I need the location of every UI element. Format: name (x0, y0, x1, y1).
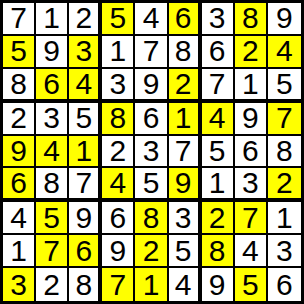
cell-r9c9[interactable]: 6 (268, 268, 301, 301)
cell-r1c3[interactable]: 2 (69, 3, 102, 36)
cell-r7c6[interactable]: 3 (169, 202, 202, 235)
cell-r2c2[interactable]: 9 (36, 36, 69, 69)
cell-r6c1[interactable]: 6 (3, 168, 36, 202)
cell-r9c3[interactable]: 8 (69, 268, 102, 301)
cell-r7c9[interactable]: 1 (268, 202, 301, 235)
cell-r9c5[interactable]: 1 (135, 268, 168, 301)
cell-r2c9[interactable]: 4 (268, 36, 301, 69)
cell-r1c2[interactable]: 1 (36, 3, 69, 36)
cell-r9c1[interactable]: 3 (3, 268, 36, 301)
cell-r6c8[interactable]: 3 (235, 168, 268, 202)
cell-r8c3[interactable]: 6 (69, 235, 102, 268)
cell-r3c6[interactable]: 2 (169, 69, 202, 103)
cell-r9c6[interactable]: 4 (169, 268, 202, 301)
cell-r1c1[interactable]: 7 (3, 3, 36, 36)
cell-r9c7[interactable]: 9 (202, 268, 235, 301)
cell-r8c6[interactable]: 5 (169, 235, 202, 268)
cell-r2c8[interactable]: 2 (235, 36, 268, 69)
cell-r8c7[interactable]: 8 (202, 235, 235, 268)
cell-r5c5[interactable]: 3 (135, 136, 168, 169)
cell-r6c9[interactable]: 2 (268, 168, 301, 202)
cell-r1c8[interactable]: 8 (235, 3, 268, 36)
cell-r4c7[interactable]: 4 (202, 103, 235, 136)
cell-r7c5[interactable]: 8 (135, 202, 168, 235)
cell-r6c2[interactable]: 8 (36, 168, 69, 202)
cell-r3c9[interactable]: 5 (268, 69, 301, 103)
cell-r5c2[interactable]: 4 (36, 136, 69, 169)
sudoku-board: 7125463895931786248643927152358614979412… (0, 0, 304, 304)
cell-r9c8[interactable]: 5 (235, 268, 268, 301)
cell-r1c9[interactable]: 9 (268, 3, 301, 36)
cell-r3c7[interactable]: 7 (202, 69, 235, 103)
cell-r4c2[interactable]: 3 (36, 103, 69, 136)
cell-r7c1[interactable]: 4 (3, 202, 36, 235)
cell-r9c2[interactable]: 2 (36, 268, 69, 301)
cell-r4c9[interactable]: 7 (268, 103, 301, 136)
cell-r1c5[interactable]: 4 (135, 3, 168, 36)
cell-r7c3[interactable]: 9 (69, 202, 102, 235)
cell-r1c7[interactable]: 3 (202, 3, 235, 36)
cell-r8c4[interactable]: 9 (102, 235, 135, 268)
cell-r6c5[interactable]: 5 (135, 168, 168, 202)
cell-r8c5[interactable]: 2 (135, 235, 168, 268)
cell-r7c4[interactable]: 6 (102, 202, 135, 235)
cell-r7c2[interactable]: 5 (36, 202, 69, 235)
cell-r5c8[interactable]: 6 (235, 136, 268, 169)
cell-r1c4[interactable]: 5 (102, 3, 135, 36)
cell-r2c1[interactable]: 5 (3, 36, 36, 69)
cell-r2c5[interactable]: 7 (135, 36, 168, 69)
cell-r6c3[interactable]: 7 (69, 168, 102, 202)
cell-r5c9[interactable]: 8 (268, 136, 301, 169)
cell-r2c4[interactable]: 1 (102, 36, 135, 69)
cell-r2c3[interactable]: 3 (69, 36, 102, 69)
cell-r6c7[interactable]: 1 (202, 168, 235, 202)
cell-r3c4[interactable]: 3 (102, 69, 135, 103)
cell-r8c2[interactable]: 7 (36, 235, 69, 268)
cell-r5c1[interactable]: 9 (3, 136, 36, 169)
cell-r4c6[interactable]: 1 (169, 103, 202, 136)
cell-r1c6[interactable]: 6 (169, 3, 202, 36)
cell-r8c9[interactable]: 3 (268, 235, 301, 268)
cell-r2c6[interactable]: 8 (169, 36, 202, 69)
cell-r7c8[interactable]: 7 (235, 202, 268, 235)
cell-r6c4[interactable]: 4 (102, 168, 135, 202)
cell-r5c3[interactable]: 1 (69, 136, 102, 169)
cell-r3c1[interactable]: 8 (3, 69, 36, 103)
cell-r8c1[interactable]: 1 (3, 235, 36, 268)
cell-r3c3[interactable]: 4 (69, 69, 102, 103)
cell-r4c4[interactable]: 8 (102, 103, 135, 136)
cell-r3c5[interactable]: 9 (135, 69, 168, 103)
cell-r5c7[interactable]: 5 (202, 136, 235, 169)
cell-r8c8[interactable]: 4 (235, 235, 268, 268)
cell-r4c8[interactable]: 9 (235, 103, 268, 136)
cell-r3c2[interactable]: 6 (36, 69, 69, 103)
cell-r6c6[interactable]: 9 (169, 168, 202, 202)
cell-r4c1[interactable]: 2 (3, 103, 36, 136)
cell-r4c3[interactable]: 5 (69, 103, 102, 136)
cell-r7c7[interactable]: 2 (202, 202, 235, 235)
cell-r3c8[interactable]: 1 (235, 69, 268, 103)
cell-r5c6[interactable]: 7 (169, 136, 202, 169)
cell-r2c7[interactable]: 6 (202, 36, 235, 69)
cell-r9c4[interactable]: 7 (102, 268, 135, 301)
cell-r4c5[interactable]: 6 (135, 103, 168, 136)
cell-r5c4[interactable]: 2 (102, 136, 135, 169)
